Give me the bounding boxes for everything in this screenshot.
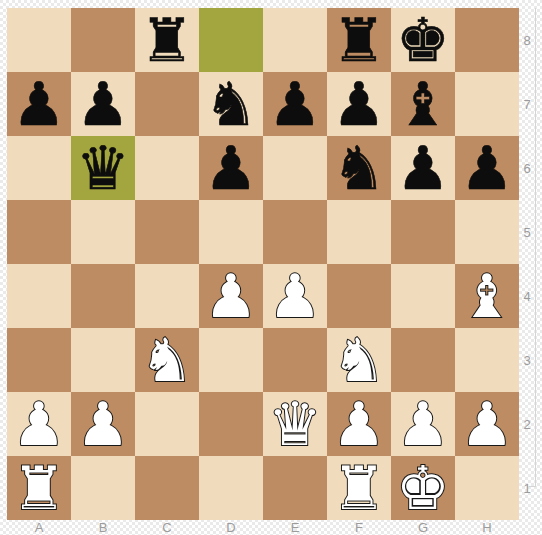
square-c4[interactable] (135, 264, 199, 328)
square-h6[interactable]: ♟ (455, 136, 519, 200)
square-a5[interactable] (7, 200, 71, 264)
square-g2[interactable]: ♟ (391, 392, 455, 456)
file-label-b: B (71, 519, 135, 535)
square-f2[interactable]: ♟ (327, 392, 391, 456)
panel-border-line (529, 8, 536, 487)
square-f3[interactable]: ♞ (327, 328, 391, 392)
square-d7[interactable]: ♞ (199, 72, 263, 136)
file-label-a: A (7, 519, 71, 535)
square-a2[interactable]: ♟ (7, 392, 71, 456)
square-f4[interactable] (327, 264, 391, 328)
black-knight[interactable]: ♞ (332, 136, 386, 200)
square-e6[interactable] (263, 136, 327, 200)
black-pawn[interactable]: ♟ (268, 72, 322, 136)
white-pawn[interactable]: ♟ (12, 392, 66, 456)
black-knight[interactable]: ♞ (204, 72, 258, 136)
square-e4[interactable]: ♟ (263, 264, 327, 328)
white-pawn[interactable]: ♟ (396, 392, 450, 456)
square-a6[interactable] (7, 136, 71, 200)
square-b6[interactable]: ♛ (71, 136, 135, 200)
black-rook[interactable]: ♜ (140, 8, 194, 72)
square-h2[interactable]: ♟ (455, 392, 519, 456)
square-b8[interactable] (71, 8, 135, 72)
file-label-h: H (455, 519, 519, 535)
square-b3[interactable] (71, 328, 135, 392)
square-b2[interactable]: ♟ (71, 392, 135, 456)
square-h7[interactable] (455, 72, 519, 136)
white-pawn[interactable]: ♟ (268, 264, 322, 328)
black-rook[interactable]: ♜ (332, 8, 386, 72)
square-b7[interactable]: ♟ (71, 72, 135, 136)
page-background: { "game": "chess", "position": { "fen": … (0, 0, 542, 535)
square-a4[interactable] (7, 264, 71, 328)
black-pawn[interactable]: ♟ (396, 136, 450, 200)
square-g8[interactable]: ♚ (391, 8, 455, 72)
square-g6[interactable]: ♟ (391, 136, 455, 200)
square-d1[interactable] (199, 456, 263, 520)
file-label-d: D (199, 519, 263, 535)
square-d4[interactable]: ♟ (199, 264, 263, 328)
black-bishop[interactable]: ♝ (396, 72, 450, 136)
square-c8[interactable]: ♜ (135, 8, 199, 72)
square-a8[interactable] (7, 8, 71, 72)
square-h4[interactable]: ♝ (455, 264, 519, 328)
file-label-e: E (263, 519, 327, 535)
square-e7[interactable]: ♟ (263, 72, 327, 136)
white-pawn[interactable]: ♟ (76, 392, 130, 456)
file-label-g: G (391, 519, 455, 535)
square-c1[interactable] (135, 456, 199, 520)
square-e5[interactable] (263, 200, 327, 264)
black-pawn[interactable]: ♟ (332, 72, 386, 136)
black-pawn[interactable]: ♟ (12, 72, 66, 136)
square-e3[interactable] (263, 328, 327, 392)
square-d3[interactable] (199, 328, 263, 392)
square-f8[interactable]: ♜ (327, 8, 391, 72)
square-b5[interactable] (71, 200, 135, 264)
black-pawn[interactable]: ♟ (204, 136, 258, 200)
white-knight[interactable]: ♞ (140, 328, 194, 392)
square-h8[interactable] (455, 8, 519, 72)
file-label-f: F (327, 519, 391, 535)
white-pawn[interactable]: ♟ (332, 392, 386, 456)
square-g3[interactable] (391, 328, 455, 392)
square-g4[interactable] (391, 264, 455, 328)
square-d8[interactable] (199, 8, 263, 72)
square-a3[interactable] (7, 328, 71, 392)
square-e2[interactable]: ♛ (263, 392, 327, 456)
white-rook[interactable]: ♜ (12, 456, 66, 520)
square-f5[interactable] (327, 200, 391, 264)
square-e8[interactable] (263, 8, 327, 72)
square-c2[interactable] (135, 392, 199, 456)
square-b1[interactable] (71, 456, 135, 520)
black-king[interactable]: ♚ (396, 8, 450, 72)
square-g5[interactable] (391, 200, 455, 264)
square-b4[interactable] (71, 264, 135, 328)
square-a7[interactable]: ♟ (7, 72, 71, 136)
square-h1[interactable] (455, 456, 519, 520)
square-c7[interactable] (135, 72, 199, 136)
square-d2[interactable] (199, 392, 263, 456)
white-rook[interactable]: ♜ (332, 456, 386, 520)
file-label-c: C (135, 519, 199, 535)
square-c6[interactable] (135, 136, 199, 200)
white-pawn[interactable]: ♟ (460, 392, 514, 456)
black-pawn[interactable]: ♟ (76, 72, 130, 136)
square-f6[interactable]: ♞ (327, 136, 391, 200)
square-d6[interactable]: ♟ (199, 136, 263, 200)
black-pawn[interactable]: ♟ (460, 136, 514, 200)
square-h5[interactable] (455, 200, 519, 264)
white-bishop[interactable]: ♝ (460, 264, 514, 328)
square-c5[interactable] (135, 200, 199, 264)
file-labels: ABCDEFGH (7, 519, 519, 535)
square-f7[interactable]: ♟ (327, 72, 391, 136)
white-pawn[interactable]: ♟ (204, 264, 258, 328)
square-g7[interactable]: ♝ (391, 72, 455, 136)
white-knight[interactable]: ♞ (332, 328, 386, 392)
square-d5[interactable] (199, 200, 263, 264)
square-f1[interactable]: ♜ (327, 456, 391, 520)
square-g1[interactable]: ♚ (391, 456, 455, 520)
square-e1[interactable] (263, 456, 327, 520)
square-a1[interactable]: ♜ (7, 456, 71, 520)
chess-board: ♜♜♚♟♟♞♟♟♝♛♟♞♟♟♟♟♝♞♞♟♟♛♟♟♟♜♜♚ (7, 8, 519, 520)
black-queen[interactable]: ♛ (76, 136, 130, 200)
white-queen[interactable]: ♛ (268, 392, 322, 456)
square-c3[interactable]: ♞ (135, 328, 199, 392)
white-king[interactable]: ♚ (396, 456, 450, 520)
square-h3[interactable] (455, 328, 519, 392)
